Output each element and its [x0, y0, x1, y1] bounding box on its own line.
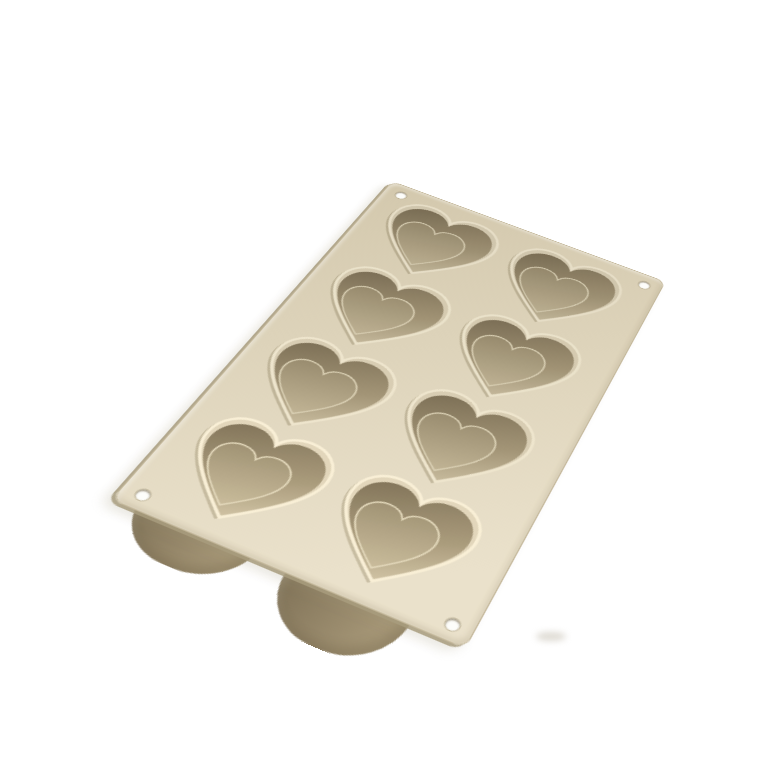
silicone-heart-mold [112, 181, 664, 646]
corner-hole [443, 616, 462, 632]
soft-shadow [536, 632, 566, 641]
product-photo-canvas [0, 0, 768, 768]
corner-hole [637, 280, 651, 290]
mold-sheet [110, 181, 665, 649]
